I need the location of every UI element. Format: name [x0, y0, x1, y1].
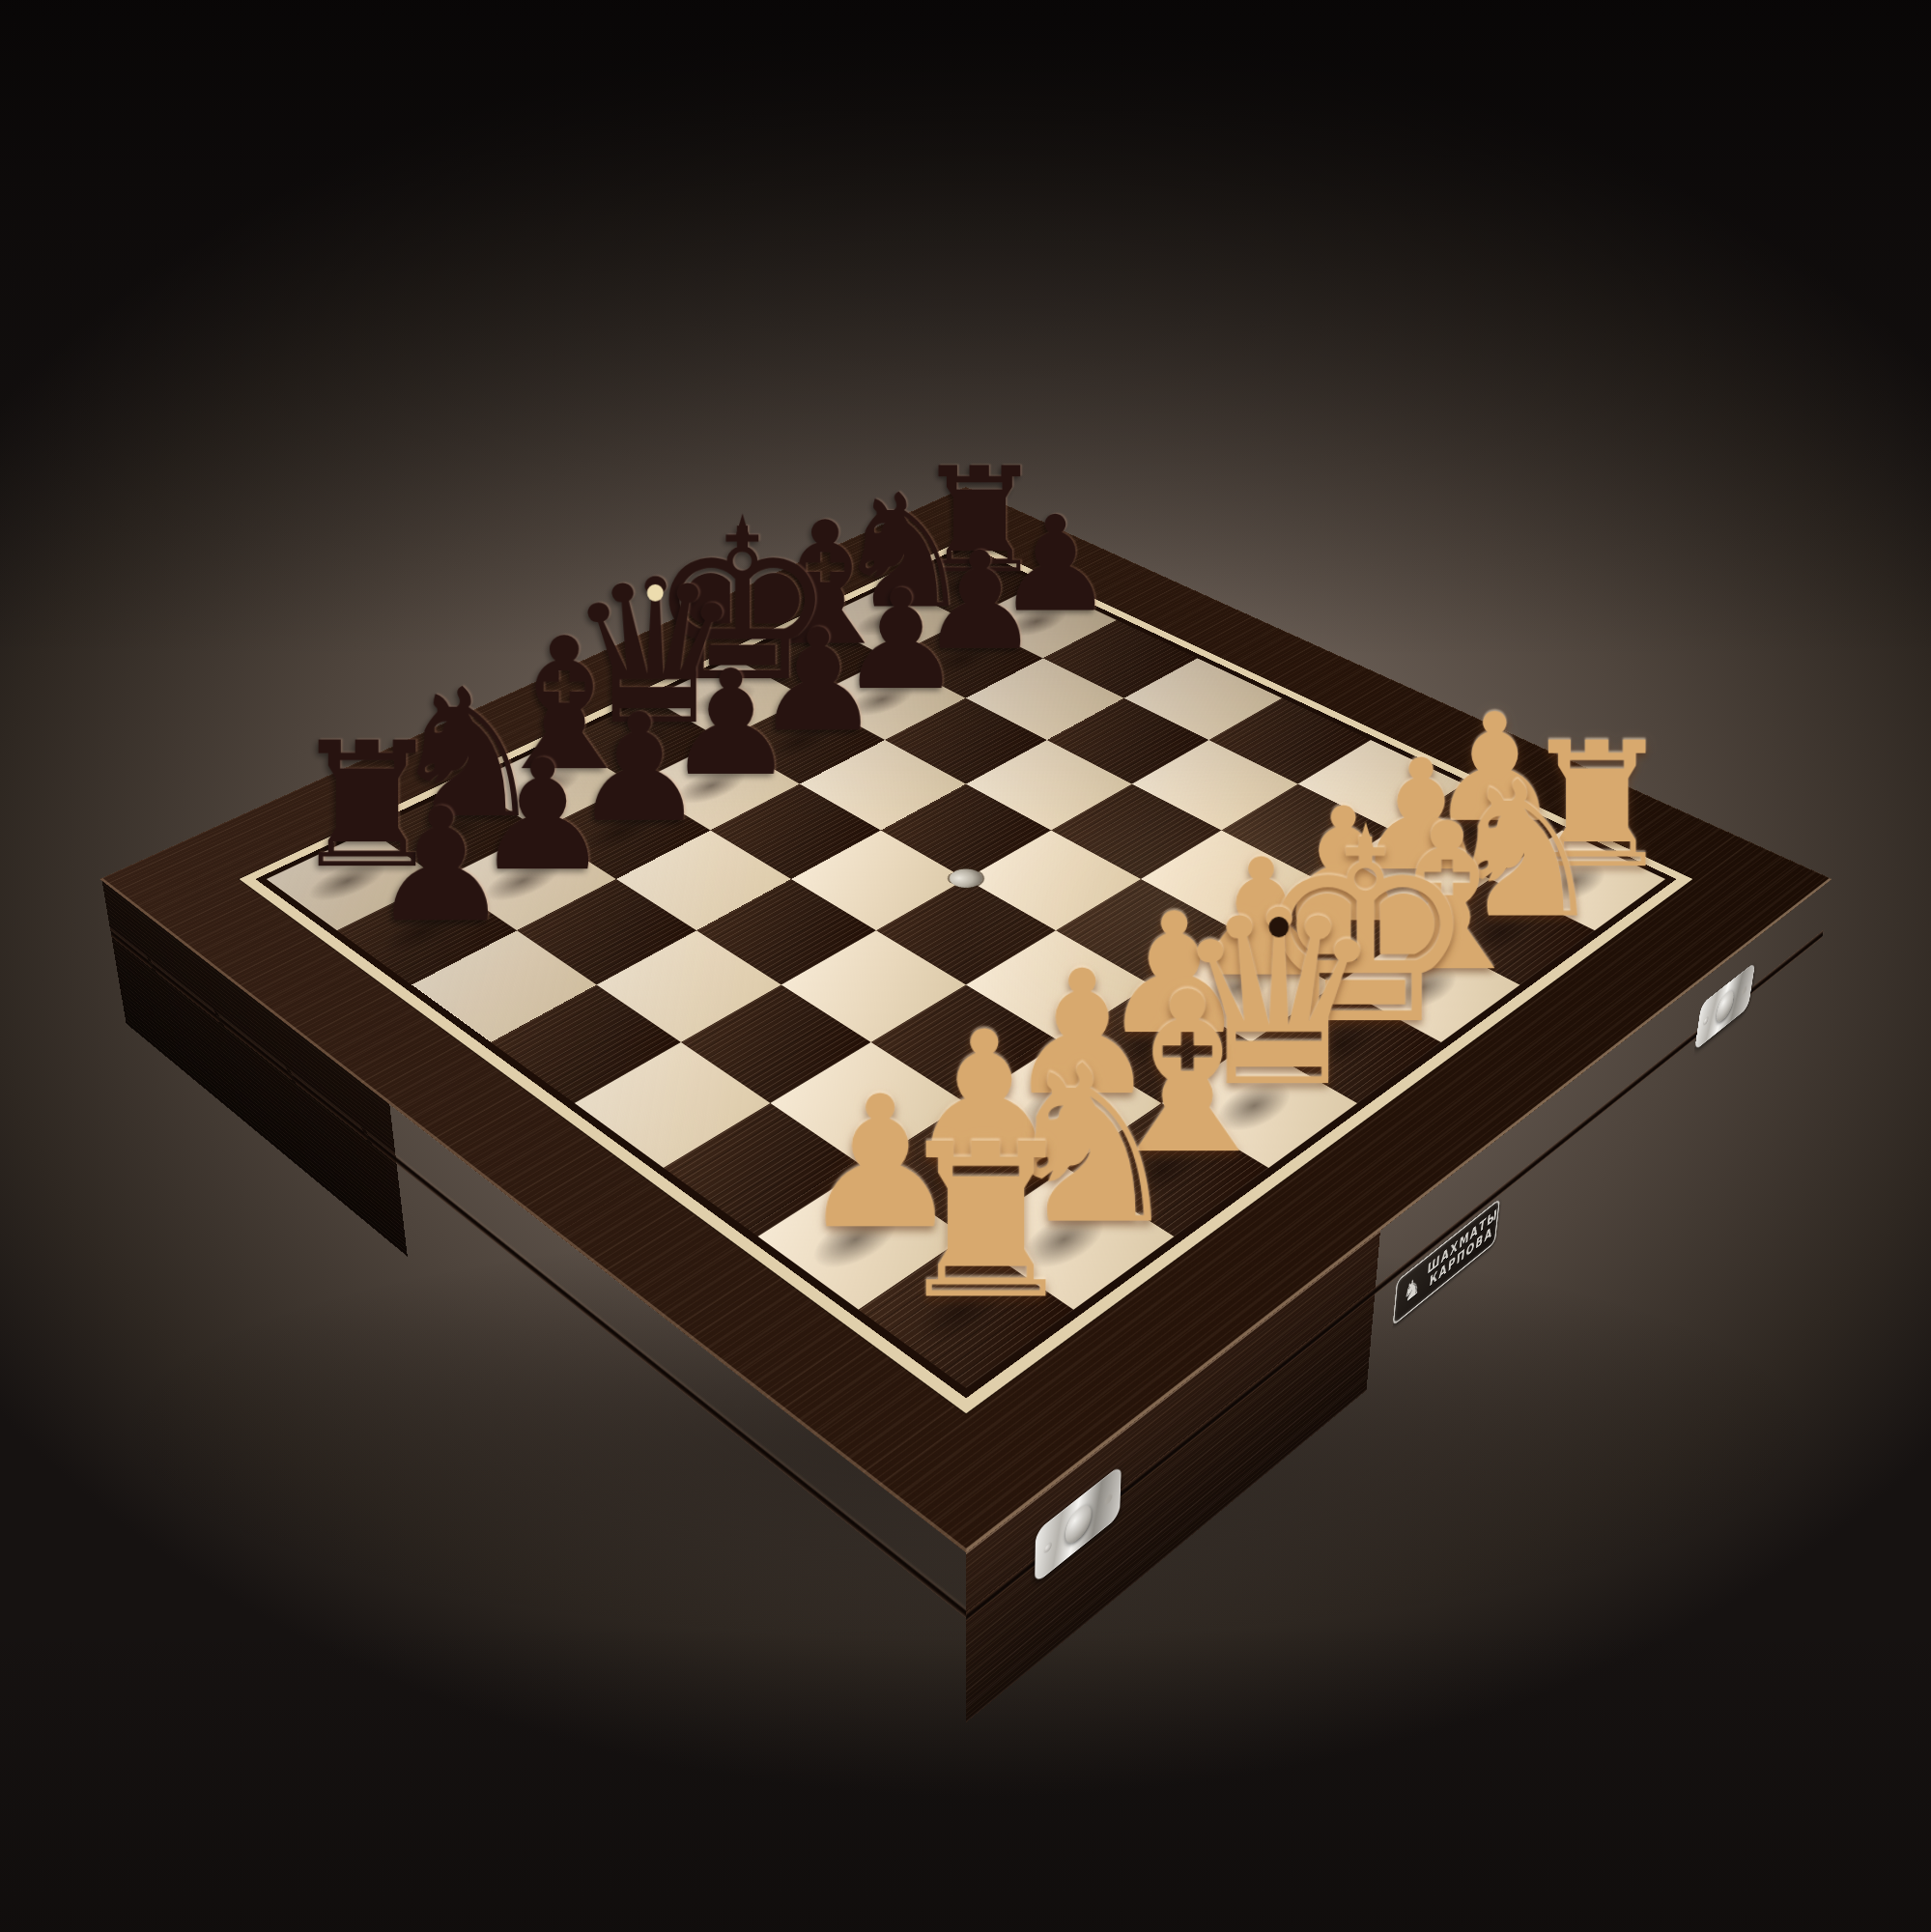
scene: ♜♞♝♛♚♝♞♜♟♟♟♟♟♟♟♟♟♟♟♟♟♟♟♟♜♞♝♛♚♝♞♜ ♞ ШАХМА…: [0, 0, 1931, 1932]
finial-tip: [1355, 822, 1375, 854]
chess-box: ♜♞♝♛♚♝♞♜♟♟♟♟♟♟♟♟♟♟♟♟♟♟♟♟♜♞♝♛♚♝♞♜ ♞ ШАХМА…: [99, 487, 1832, 1552]
board-top-face: ♜♞♝♛♚♝♞♜♟♟♟♟♟♟♟♟♟♟♟♟♟♟♟♟♜♞♝♛♚♝♞♜: [99, 487, 1832, 1552]
square-a1[interactable]: ♜: [858, 1236, 1073, 1388]
finial-tip: [1268, 917, 1289, 937]
piece-white-rook[interactable]: ♜: [890, 1122, 1080, 1323]
finial-tip: [646, 584, 664, 602]
photo-background: ♜♞♝♛♚♝♞♜♟♟♟♟♟♟♟♟♟♟♟♟♟♟♟♟♜♞♝♛♚♝♞♜ ♞ ШАХМА…: [0, 0, 1931, 1932]
piece-black-pawn[interactable]: ♟: [370, 790, 511, 940]
knight-logo-icon: ♞: [1402, 1269, 1422, 1309]
